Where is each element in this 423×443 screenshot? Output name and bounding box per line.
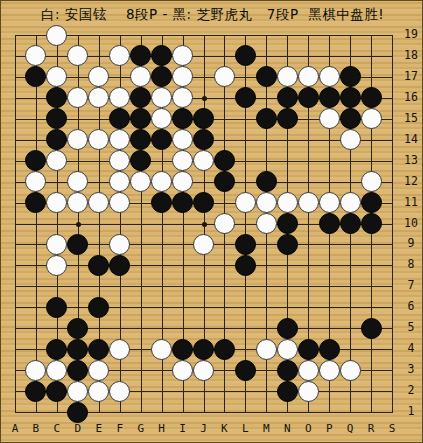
board-grid-line bbox=[15, 265, 393, 266]
black-stone-C15 bbox=[46, 108, 67, 129]
black-stone-B17 bbox=[25, 66, 46, 87]
white-stone-F9 bbox=[109, 234, 130, 255]
column-label-S: S bbox=[384, 422, 400, 435]
black-stone-O4 bbox=[298, 339, 319, 360]
white-stone-D11 bbox=[67, 192, 88, 213]
column-label-H: H bbox=[154, 422, 170, 435]
white-stone-J13 bbox=[193, 150, 214, 171]
white-stone-F16 bbox=[109, 87, 130, 108]
white-stone-Q14 bbox=[340, 129, 361, 150]
black-stone-C2 bbox=[46, 381, 67, 402]
white-stone-I12 bbox=[172, 171, 193, 192]
star-point bbox=[76, 222, 81, 227]
white-stone-E11 bbox=[88, 192, 109, 213]
white-stone-B3 bbox=[25, 360, 46, 381]
white-stone-C3 bbox=[46, 360, 67, 381]
row-label-17: 17 bbox=[399, 69, 423, 83]
black-stone-F8 bbox=[109, 255, 130, 276]
black-stone-C16 bbox=[46, 87, 67, 108]
white-stone-K10 bbox=[214, 213, 235, 234]
board-grid-line bbox=[15, 307, 393, 308]
row-label-19: 19 bbox=[399, 27, 423, 41]
black-stone-G13 bbox=[130, 150, 151, 171]
black-stone-G18 bbox=[130, 45, 151, 66]
white-stone-F2 bbox=[109, 381, 130, 402]
white-stone-P3 bbox=[319, 360, 340, 381]
column-label-E: E bbox=[91, 422, 107, 435]
white-stone-N17 bbox=[277, 66, 298, 87]
white-stone-M4 bbox=[256, 339, 277, 360]
row-label-16: 16 bbox=[399, 90, 423, 104]
white-stone-F18 bbox=[109, 45, 130, 66]
black-stone-M12 bbox=[256, 171, 277, 192]
black-stone-E8 bbox=[88, 255, 109, 276]
black-stone-C14 bbox=[46, 129, 67, 150]
black-stone-D9 bbox=[67, 234, 88, 255]
black-stone-P4 bbox=[319, 339, 340, 360]
column-label-O: O bbox=[300, 422, 316, 435]
black-stone-M17 bbox=[256, 66, 277, 87]
white-stone-N4 bbox=[277, 339, 298, 360]
go-board: ABCDEFGHIJKLMNOPQRS191817161514131211109… bbox=[1, 1, 423, 443]
column-label-I: I bbox=[175, 422, 191, 435]
black-stone-L8 bbox=[235, 255, 256, 276]
white-stone-I17 bbox=[172, 66, 193, 87]
row-label-14: 14 bbox=[399, 132, 423, 146]
white-stone-C13 bbox=[46, 150, 67, 171]
white-stone-L11 bbox=[235, 192, 256, 213]
white-stone-P15 bbox=[319, 108, 340, 129]
black-stone-I15 bbox=[172, 108, 193, 129]
row-label-1: 1 bbox=[399, 404, 423, 418]
white-stone-H12 bbox=[151, 171, 172, 192]
white-stone-M11 bbox=[256, 192, 277, 213]
column-label-R: R bbox=[363, 422, 379, 435]
board-grid-line bbox=[15, 286, 393, 287]
white-stone-C17 bbox=[46, 66, 67, 87]
column-label-P: P bbox=[321, 422, 337, 435]
white-stone-I18 bbox=[172, 45, 193, 66]
white-stone-C8 bbox=[46, 255, 67, 276]
black-stone-J15 bbox=[193, 108, 214, 129]
white-stone-I14 bbox=[172, 129, 193, 150]
black-stone-R10 bbox=[361, 213, 382, 234]
white-stone-H16 bbox=[151, 87, 172, 108]
column-label-J: J bbox=[196, 422, 212, 435]
star-point bbox=[202, 222, 207, 227]
black-stone-G16 bbox=[130, 87, 151, 108]
white-stone-D18 bbox=[67, 45, 88, 66]
column-label-L: L bbox=[237, 422, 253, 435]
white-stone-H4 bbox=[151, 339, 172, 360]
column-label-D: D bbox=[70, 422, 86, 435]
black-stone-L16 bbox=[235, 87, 256, 108]
go-game-screen: { "game": "go", "header": { "text": "白: … bbox=[0, 0, 423, 443]
white-stone-D14 bbox=[67, 129, 88, 150]
white-stone-R12 bbox=[361, 171, 382, 192]
black-stone-H17 bbox=[151, 66, 172, 87]
black-stone-Q16 bbox=[340, 87, 361, 108]
column-label-C: C bbox=[49, 422, 65, 435]
black-stone-I4 bbox=[172, 339, 193, 360]
column-label-K: K bbox=[216, 422, 232, 435]
white-stone-D12 bbox=[67, 171, 88, 192]
row-label-15: 15 bbox=[399, 111, 423, 125]
column-label-N: N bbox=[279, 422, 295, 435]
white-stone-D16 bbox=[67, 87, 88, 108]
white-stone-F11 bbox=[109, 192, 130, 213]
row-label-10: 10 bbox=[399, 216, 423, 230]
column-label-G: G bbox=[133, 422, 149, 435]
black-stone-I11 bbox=[172, 192, 193, 213]
white-stone-I3 bbox=[172, 360, 193, 381]
black-stone-O16 bbox=[298, 87, 319, 108]
row-label-3: 3 bbox=[399, 362, 423, 376]
white-stone-J3 bbox=[193, 360, 214, 381]
white-stone-N11 bbox=[277, 192, 298, 213]
white-stone-K17 bbox=[214, 66, 235, 87]
black-stone-D4 bbox=[67, 339, 88, 360]
white-stone-R15 bbox=[361, 108, 382, 129]
row-label-11: 11 bbox=[399, 195, 423, 209]
white-stone-O2 bbox=[298, 381, 319, 402]
black-stone-N10 bbox=[277, 213, 298, 234]
column-label-B: B bbox=[28, 422, 44, 435]
white-stone-E17 bbox=[88, 66, 109, 87]
black-stone-D5 bbox=[67, 318, 88, 339]
white-stone-F13 bbox=[109, 150, 130, 171]
row-label-12: 12 bbox=[399, 174, 423, 188]
black-stone-H11 bbox=[151, 192, 172, 213]
white-stone-O17 bbox=[298, 66, 319, 87]
black-stone-H14 bbox=[151, 129, 172, 150]
black-stone-B13 bbox=[25, 150, 46, 171]
black-stone-L9 bbox=[235, 234, 256, 255]
row-label-18: 18 bbox=[399, 48, 423, 62]
black-stone-K13 bbox=[214, 150, 235, 171]
black-stone-D1 bbox=[67, 402, 88, 423]
row-label-13: 13 bbox=[399, 153, 423, 167]
black-stone-N3 bbox=[277, 360, 298, 381]
board-grid-line bbox=[392, 35, 393, 413]
white-stone-D2 bbox=[67, 381, 88, 402]
white-stone-M10 bbox=[256, 213, 277, 234]
black-stone-D3 bbox=[67, 360, 88, 381]
black-stone-J4 bbox=[193, 339, 214, 360]
black-stone-P10 bbox=[319, 213, 340, 234]
white-stone-F4 bbox=[109, 339, 130, 360]
black-stone-G14 bbox=[130, 129, 151, 150]
black-stone-R11 bbox=[361, 192, 382, 213]
white-stone-G17 bbox=[130, 66, 151, 87]
white-stone-G12 bbox=[130, 171, 151, 192]
black-stone-M15 bbox=[256, 108, 277, 129]
black-stone-E6 bbox=[88, 297, 109, 318]
black-stone-B2 bbox=[25, 381, 46, 402]
black-stone-K4 bbox=[214, 339, 235, 360]
white-stone-P17 bbox=[319, 66, 340, 87]
white-stone-Q11 bbox=[340, 192, 361, 213]
white-stone-J9 bbox=[193, 234, 214, 255]
column-label-A: A bbox=[7, 422, 23, 435]
black-stone-K12 bbox=[214, 171, 235, 192]
black-stone-E4 bbox=[88, 339, 109, 360]
black-stone-N15 bbox=[277, 108, 298, 129]
black-stone-R5 bbox=[361, 318, 382, 339]
white-stone-C11 bbox=[46, 192, 67, 213]
white-stone-C19 bbox=[46, 25, 67, 46]
black-stone-J11 bbox=[193, 192, 214, 213]
black-stone-B11 bbox=[25, 192, 46, 213]
black-stone-H18 bbox=[151, 45, 172, 66]
row-label-2: 2 bbox=[399, 383, 423, 397]
black-stone-Q17 bbox=[340, 66, 361, 87]
black-stone-R16 bbox=[361, 87, 382, 108]
row-label-9: 9 bbox=[399, 236, 423, 250]
black-stone-Q15 bbox=[340, 108, 361, 129]
black-stone-N5 bbox=[277, 318, 298, 339]
white-stone-B12 bbox=[25, 171, 46, 192]
white-stone-O3 bbox=[298, 360, 319, 381]
white-stone-H15 bbox=[151, 108, 172, 129]
row-label-5: 5 bbox=[399, 320, 423, 334]
black-stone-N9 bbox=[277, 234, 298, 255]
white-stone-P11 bbox=[319, 192, 340, 213]
black-stone-L18 bbox=[235, 45, 256, 66]
black-stone-C6 bbox=[46, 297, 67, 318]
black-stone-Q10 bbox=[340, 213, 361, 234]
white-stone-E14 bbox=[88, 129, 109, 150]
black-stone-N2 bbox=[277, 381, 298, 402]
white-stone-I16 bbox=[172, 87, 193, 108]
row-label-7: 7 bbox=[399, 278, 423, 292]
black-stone-G15 bbox=[130, 108, 151, 129]
star-point bbox=[202, 96, 207, 101]
column-label-F: F bbox=[112, 422, 128, 435]
white-stone-E2 bbox=[88, 381, 109, 402]
black-stone-P16 bbox=[319, 87, 340, 108]
white-stone-E16 bbox=[88, 87, 109, 108]
white-stone-F12 bbox=[109, 171, 130, 192]
white-stone-B18 bbox=[25, 45, 46, 66]
white-stone-C9 bbox=[46, 234, 67, 255]
black-stone-J14 bbox=[193, 129, 214, 150]
white-stone-F14 bbox=[109, 129, 130, 150]
white-stone-O11 bbox=[298, 192, 319, 213]
white-stone-E3 bbox=[88, 360, 109, 381]
row-label-8: 8 bbox=[399, 257, 423, 271]
black-stone-N16 bbox=[277, 87, 298, 108]
row-label-4: 4 bbox=[399, 341, 423, 355]
column-label-M: M bbox=[258, 422, 274, 435]
white-stone-Q3 bbox=[340, 360, 361, 381]
white-stone-I13 bbox=[172, 150, 193, 171]
black-stone-L3 bbox=[235, 360, 256, 381]
black-stone-F15 bbox=[109, 108, 130, 129]
black-stone-C4 bbox=[46, 339, 67, 360]
row-label-6: 6 bbox=[399, 299, 423, 313]
column-label-Q: Q bbox=[342, 422, 358, 435]
